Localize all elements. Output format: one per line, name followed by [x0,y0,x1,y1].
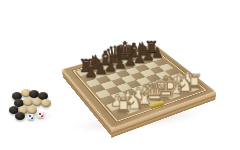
chess-set-product-photo: ♜♞♝♛♚♝♞♜♟♟♟♟♟♟♟♟♟♟♟♟♟♟♟♟♜♞♝♛♚♝♞♜ [0,0,240,150]
square-g1: ♞ [174,87,190,96]
checkers-pile-shadow [8,108,60,124]
square-c6 [106,73,121,81]
board-3d-scene: ♜♞♝♛♚♝♞♜♟♟♟♟♟♟♟♟♟♟♟♟♟♟♟♟♜♞♝♛♚♝♞♜ [80,24,192,136]
square-f1: ♝ [164,90,180,99]
checker-tan [32,98,42,106]
checker-tan [41,99,51,107]
piece-black-rook-h8: ♜ [138,39,165,55]
checker-black [14,99,24,107]
checker-black [12,92,22,100]
checker-tan [23,98,33,106]
checker-tan [21,89,31,97]
checker-black [29,90,39,98]
checker-black [38,92,48,100]
